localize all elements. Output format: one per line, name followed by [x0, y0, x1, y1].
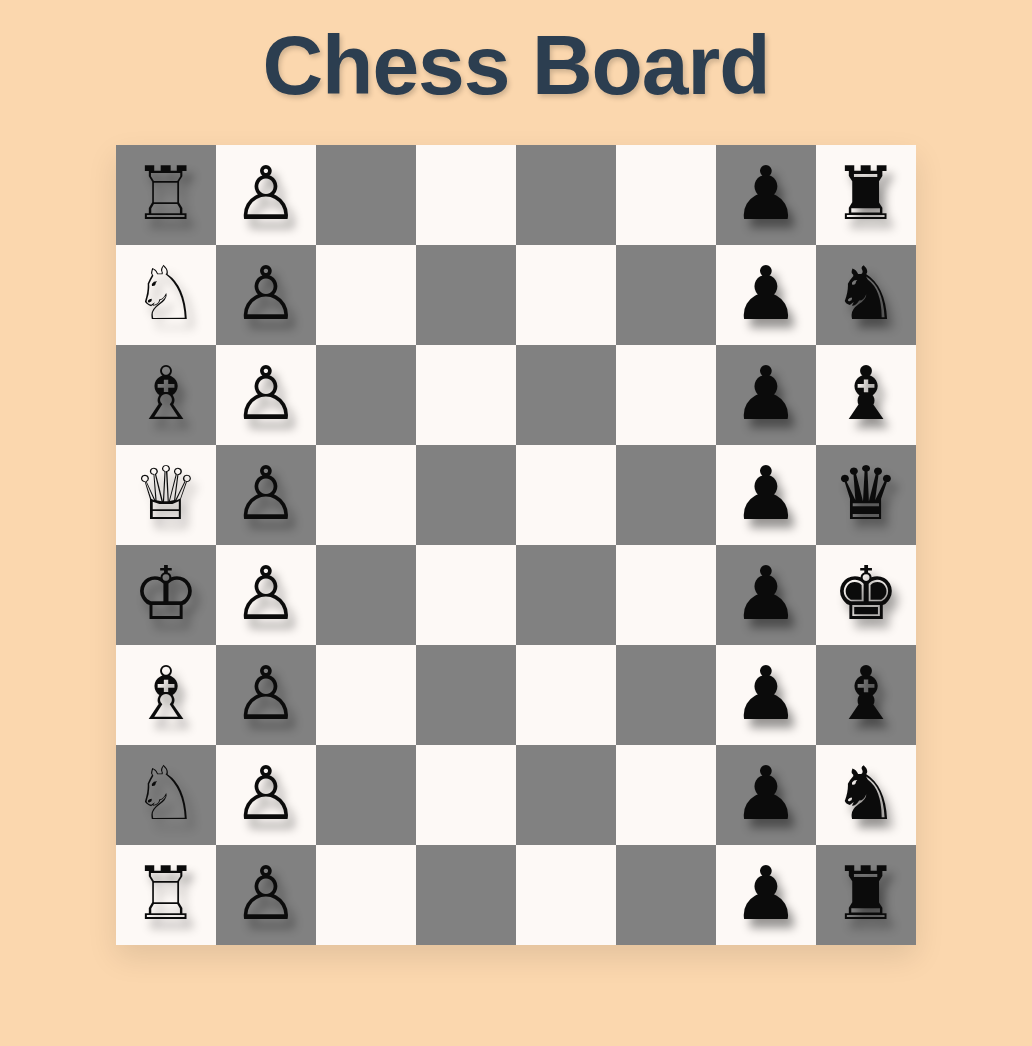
- chess-board: ♖♙♟♜♘♙♟♞♗♙♟♝♕♙♟♛♔♙♟♚♗♙♟♝♘♙♟♞♖♙♟♜: [116, 145, 916, 945]
- page-title: Chess Board: [0, 18, 1032, 112]
- white-knight-icon[interactable]: ♘: [133, 256, 199, 330]
- square-r8c3[interactable]: [316, 845, 416, 945]
- square-r1c1[interactable]: ♖: [116, 145, 216, 245]
- square-r5c6[interactable]: [616, 545, 716, 645]
- white-rook-icon[interactable]: ♖: [133, 856, 199, 930]
- black-knight-icon[interactable]: ♞: [833, 756, 899, 830]
- black-pawn-icon[interactable]: ♟: [733, 756, 799, 830]
- square-r7c1[interactable]: ♘: [116, 745, 216, 845]
- white-bishop-icon[interactable]: ♗: [133, 656, 199, 730]
- white-pawn-icon[interactable]: ♙: [233, 156, 299, 230]
- black-pawn-icon[interactable]: ♟: [733, 556, 799, 630]
- square-r3c8[interactable]: ♝: [816, 345, 916, 445]
- square-r3c1[interactable]: ♗: [116, 345, 216, 445]
- square-r8c7[interactable]: ♟: [716, 845, 816, 945]
- square-r7c7[interactable]: ♟: [716, 745, 816, 845]
- black-rook-icon[interactable]: ♜: [833, 856, 899, 930]
- square-r7c6[interactable]: [616, 745, 716, 845]
- black-pawn-icon[interactable]: ♟: [733, 356, 799, 430]
- black-pawn-icon[interactable]: ♟: [733, 656, 799, 730]
- square-r6c4[interactable]: [416, 645, 516, 745]
- black-rook-icon[interactable]: ♜: [833, 156, 899, 230]
- square-r4c3[interactable]: [316, 445, 416, 545]
- square-r4c1[interactable]: ♕: [116, 445, 216, 545]
- square-r6c2[interactable]: ♙: [216, 645, 316, 745]
- square-r1c3[interactable]: [316, 145, 416, 245]
- square-r6c1[interactable]: ♗: [116, 645, 216, 745]
- square-r8c8[interactable]: ♜: [816, 845, 916, 945]
- square-r3c2[interactable]: ♙: [216, 345, 316, 445]
- white-rook-icon[interactable]: ♖: [133, 156, 199, 230]
- black-pawn-icon[interactable]: ♟: [733, 156, 799, 230]
- square-r4c5[interactable]: [516, 445, 616, 545]
- square-r3c3[interactable]: [316, 345, 416, 445]
- square-r7c8[interactable]: ♞: [816, 745, 916, 845]
- white-pawn-icon[interactable]: ♙: [233, 556, 299, 630]
- black-king-icon[interactable]: ♚: [833, 556, 899, 630]
- square-r2c1[interactable]: ♘: [116, 245, 216, 345]
- square-r8c1[interactable]: ♖: [116, 845, 216, 945]
- black-bishop-icon[interactable]: ♝: [833, 656, 899, 730]
- square-r3c7[interactable]: ♟: [716, 345, 816, 445]
- square-r2c2[interactable]: ♙: [216, 245, 316, 345]
- white-pawn-icon[interactable]: ♙: [233, 756, 299, 830]
- square-r4c6[interactable]: [616, 445, 716, 545]
- square-r2c3[interactable]: [316, 245, 416, 345]
- square-r4c2[interactable]: ♙: [216, 445, 316, 545]
- square-r2c6[interactable]: [616, 245, 716, 345]
- white-pawn-icon[interactable]: ♙: [233, 456, 299, 530]
- square-r2c8[interactable]: ♞: [816, 245, 916, 345]
- square-r1c6[interactable]: [616, 145, 716, 245]
- square-r3c6[interactable]: [616, 345, 716, 445]
- white-knight-icon[interactable]: ♘: [133, 756, 199, 830]
- square-r4c4[interactable]: [416, 445, 516, 545]
- white-bishop-icon[interactable]: ♗: [133, 356, 199, 430]
- square-r7c3[interactable]: [316, 745, 416, 845]
- white-pawn-icon[interactable]: ♙: [233, 656, 299, 730]
- white-pawn-icon[interactable]: ♙: [233, 256, 299, 330]
- square-r7c2[interactable]: ♙: [216, 745, 316, 845]
- square-r6c8[interactable]: ♝: [816, 645, 916, 745]
- square-r5c5[interactable]: [516, 545, 616, 645]
- black-pawn-icon[interactable]: ♟: [733, 456, 799, 530]
- square-r4c7[interactable]: ♟: [716, 445, 816, 545]
- square-r5c1[interactable]: ♔: [116, 545, 216, 645]
- square-r5c7[interactable]: ♟: [716, 545, 816, 645]
- square-r5c2[interactable]: ♙: [216, 545, 316, 645]
- white-king-icon[interactable]: ♔: [133, 556, 199, 630]
- black-queen-icon[interactable]: ♛: [833, 456, 899, 530]
- square-r8c4[interactable]: [416, 845, 516, 945]
- square-r5c8[interactable]: ♚: [816, 545, 916, 645]
- black-pawn-icon[interactable]: ♟: [733, 856, 799, 930]
- board-container: ♖♙♟♜♘♙♟♞♗♙♟♝♕♙♟♛♔♙♟♚♗♙♟♝♘♙♟♞♖♙♟♜: [116, 145, 916, 945]
- square-r6c5[interactable]: [516, 645, 616, 745]
- square-r8c5[interactable]: [516, 845, 616, 945]
- square-r1c4[interactable]: [416, 145, 516, 245]
- square-r8c2[interactable]: ♙: [216, 845, 316, 945]
- square-r7c5[interactable]: [516, 745, 616, 845]
- black-pawn-icon[interactable]: ♟: [733, 256, 799, 330]
- white-queen-icon[interactable]: ♕: [133, 456, 199, 530]
- square-r6c3[interactable]: [316, 645, 416, 745]
- square-r5c3[interactable]: [316, 545, 416, 645]
- square-r1c5[interactable]: [516, 145, 616, 245]
- white-pawn-icon[interactable]: ♙: [233, 356, 299, 430]
- square-r6c7[interactable]: ♟: [716, 645, 816, 745]
- square-r2c7[interactable]: ♟: [716, 245, 816, 345]
- square-r7c4[interactable]: [416, 745, 516, 845]
- black-bishop-icon[interactable]: ♝: [833, 356, 899, 430]
- square-r6c6[interactable]: [616, 645, 716, 745]
- square-r1c8[interactable]: ♜: [816, 145, 916, 245]
- square-r2c4[interactable]: [416, 245, 516, 345]
- square-r1c7[interactable]: ♟: [716, 145, 816, 245]
- square-r3c4[interactable]: [416, 345, 516, 445]
- square-r8c6[interactable]: [616, 845, 716, 945]
- square-r1c2[interactable]: ♙: [216, 145, 316, 245]
- square-r3c5[interactable]: [516, 345, 616, 445]
- black-knight-icon[interactable]: ♞: [833, 256, 899, 330]
- white-pawn-icon[interactable]: ♙: [233, 856, 299, 930]
- square-r5c4[interactable]: [416, 545, 516, 645]
- square-r2c5[interactable]: [516, 245, 616, 345]
- square-r4c8[interactable]: ♛: [816, 445, 916, 545]
